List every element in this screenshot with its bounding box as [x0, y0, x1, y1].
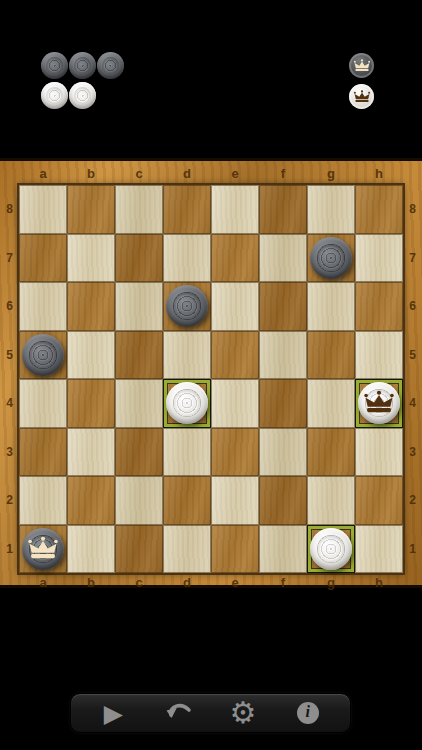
square-g1[interactable] — [307, 525, 355, 574]
square-h1[interactable] — [355, 525, 403, 574]
square-e2[interactable] — [211, 476, 259, 525]
coord-label-2: 2 — [403, 476, 422, 525]
square-c3[interactable] — [115, 428, 163, 477]
piece-rings — [74, 87, 92, 105]
square-c5[interactable] — [115, 331, 163, 380]
square-f8[interactable] — [259, 185, 307, 234]
square-a2[interactable] — [19, 476, 67, 525]
coord-label-2: 2 — [0, 476, 19, 525]
square-d3[interactable] — [163, 428, 211, 477]
square-c4[interactable] — [115, 379, 163, 428]
square-b4[interactable] — [67, 379, 115, 428]
piece-rings — [173, 389, 201, 417]
coord-label-h: h — [355, 573, 403, 591]
piece-rings — [317, 535, 345, 563]
king-indicators — [349, 53, 374, 109]
square-e1[interactable] — [211, 525, 259, 574]
file-labels-bottom: abcdefgh — [19, 573, 403, 591]
square-c6[interactable] — [115, 282, 163, 331]
piece-rings — [74, 57, 92, 75]
square-d7[interactable] — [163, 234, 211, 283]
app-screen: abcdefgh abcdefgh 87654321 87654321 ▶ ⚙ … — [0, 0, 422, 750]
coord-label-3: 3 — [403, 428, 422, 477]
coord-label-5: 5 — [0, 331, 19, 380]
square-b1[interactable] — [67, 525, 115, 574]
coord-label-6: 6 — [403, 282, 422, 331]
coord-label-h: h — [355, 161, 403, 185]
white-man-piece-g1[interactable] — [310, 528, 352, 570]
dark-man-captured-1 — [69, 52, 96, 79]
undo-arrow-icon — [165, 701, 192, 726]
piece-rings — [46, 87, 64, 105]
coord-label-d: d — [163, 161, 211, 185]
coord-label-e: e — [211, 573, 259, 591]
square-d1[interactable] — [163, 525, 211, 574]
coord-label-5: 5 — [403, 331, 422, 380]
square-g2[interactable] — [307, 476, 355, 525]
square-a8[interactable] — [19, 185, 67, 234]
coord-label-e: e — [211, 161, 259, 185]
dark-man-piece-a5[interactable] — [22, 334, 64, 376]
square-e4[interactable] — [211, 379, 259, 428]
dark-man-captured-2 — [97, 52, 124, 79]
coord-label-8: 8 — [0, 185, 19, 234]
square-d5[interactable] — [163, 331, 211, 380]
square-b3[interactable] — [67, 428, 115, 477]
info-icon: i — [297, 702, 319, 724]
square-b8[interactable] — [67, 185, 115, 234]
dark-king-indicator — [349, 53, 374, 78]
square-d8[interactable] — [163, 185, 211, 234]
square-b5[interactable] — [67, 331, 115, 380]
square-f1[interactable] — [259, 525, 307, 574]
square-c1[interactable] — [115, 525, 163, 574]
checkers-board: abcdefgh abcdefgh 87654321 87654321 — [0, 158, 422, 588]
file-labels-top: abcdefgh — [19, 161, 403, 185]
white-king-piece-h4[interactable] — [358, 382, 400, 424]
coord-label-b: b — [67, 573, 115, 591]
rank-labels-right: 87654321 — [403, 185, 422, 573]
white-king-indicator — [349, 84, 374, 109]
piece-rings — [46, 57, 64, 75]
coord-label-7: 7 — [403, 234, 422, 283]
dark-king-piece-a1[interactable] — [22, 528, 64, 570]
bottom-toolbar: ▶ ⚙ i — [70, 693, 351, 733]
coord-label-8: 8 — [403, 185, 422, 234]
square-a7[interactable] — [19, 234, 67, 283]
square-h2[interactable] — [355, 476, 403, 525]
piece-rings — [29, 341, 57, 369]
square-g6[interactable] — [307, 282, 355, 331]
square-g5[interactable] — [307, 331, 355, 380]
square-c8[interactable] — [115, 185, 163, 234]
coord-label-d: d — [163, 573, 211, 591]
square-a4[interactable] — [19, 379, 67, 428]
coord-label-f: f — [259, 573, 307, 591]
square-e3[interactable] — [211, 428, 259, 477]
square-e5[interactable] — [211, 331, 259, 380]
coord-label-f: f — [259, 161, 307, 185]
piece-rings — [102, 57, 120, 75]
gear-icon: ⚙ — [229, 698, 256, 728]
coord-label-c: c — [115, 161, 163, 185]
square-a6[interactable] — [19, 282, 67, 331]
square-f3[interactable] — [259, 428, 307, 477]
coord-label-c: c — [115, 573, 163, 591]
square-b6[interactable] — [67, 282, 115, 331]
square-f6[interactable] — [259, 282, 307, 331]
white-man-captured-1 — [69, 82, 96, 109]
square-h7[interactable] — [355, 234, 403, 283]
captured-pieces-tray — [41, 52, 127, 109]
rank-labels-left: 87654321 — [0, 185, 19, 573]
square-h3[interactable] — [355, 428, 403, 477]
coord-label-b: b — [67, 161, 115, 185]
square-g7[interactable] — [307, 234, 355, 283]
piece-rings — [173, 292, 201, 320]
square-g8[interactable] — [307, 185, 355, 234]
undo-button[interactable] — [150, 694, 206, 732]
square-a5[interactable] — [19, 331, 67, 380]
square-e8[interactable] — [211, 185, 259, 234]
play-button[interactable]: ▶ — [85, 694, 141, 732]
square-c7[interactable] — [115, 234, 163, 283]
settings-button[interactable]: ⚙ — [215, 694, 271, 732]
play-icon: ▶ — [104, 701, 123, 726]
board-squares — [19, 185, 403, 573]
square-a1[interactable] — [19, 525, 67, 574]
square-f7[interactable] — [259, 234, 307, 283]
coord-label-7: 7 — [0, 234, 19, 283]
square-h8[interactable] — [355, 185, 403, 234]
piece-rings — [317, 244, 345, 272]
square-a3[interactable] — [19, 428, 67, 477]
white-man-piece-d4[interactable] — [166, 382, 208, 424]
coord-label-4: 4 — [403, 379, 422, 428]
coord-label-1: 1 — [403, 525, 422, 574]
square-b7[interactable] — [67, 234, 115, 283]
square-g3[interactable] — [307, 428, 355, 477]
coord-label-6: 6 — [0, 282, 19, 331]
info-button[interactable]: i — [280, 694, 336, 732]
square-f2[interactable] — [259, 476, 307, 525]
square-d6[interactable] — [163, 282, 211, 331]
coord-label-a: a — [19, 161, 67, 185]
square-h4[interactable] — [355, 379, 403, 428]
square-d4[interactable] — [163, 379, 211, 428]
dark-man-piece-g7[interactable] — [310, 237, 352, 279]
square-h6[interactable] — [355, 282, 403, 331]
coord-label-g: g — [307, 161, 355, 185]
square-h5[interactable] — [355, 331, 403, 380]
dark-man-captured-0 — [41, 52, 68, 79]
square-e6[interactable] — [211, 282, 259, 331]
coord-label-4: 4 — [0, 379, 19, 428]
coord-label-1: 1 — [0, 525, 19, 574]
square-e7[interactable] — [211, 234, 259, 283]
square-d2[interactable] — [163, 476, 211, 525]
white-man-captured-0 — [41, 82, 68, 109]
square-g4[interactable] — [307, 379, 355, 428]
dark-man-piece-d6[interactable] — [166, 285, 208, 327]
square-c2[interactable] — [115, 476, 163, 525]
coord-label-3: 3 — [0, 428, 19, 477]
square-f5[interactable] — [259, 331, 307, 380]
coord-label-a: a — [19, 573, 67, 591]
square-b2[interactable] — [67, 476, 115, 525]
square-f4[interactable] — [259, 379, 307, 428]
coord-label-g: g — [307, 573, 355, 591]
